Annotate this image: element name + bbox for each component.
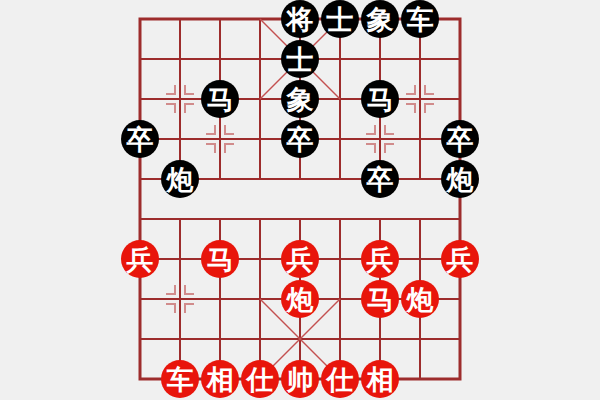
piece-black-soldier[interactable]: 卒 [441, 120, 479, 158]
piece-black-advisor[interactable]: 士 [281, 40, 319, 78]
piece-red-horse[interactable]: 马 [361, 280, 399, 318]
piece-black-horse[interactable]: 马 [201, 80, 239, 118]
piece-red-general[interactable]: 帅 [281, 360, 319, 398]
piece-black-advisor[interactable]: 士 [321, 0, 359, 38]
piece-red-elephant[interactable]: 相 [201, 360, 239, 398]
piece-red-soldier[interactable]: 兵 [441, 240, 479, 278]
piece-red-elephant[interactable]: 相 [361, 360, 399, 398]
piece-red-advisor[interactable]: 仕 [321, 360, 359, 398]
piece-black-elephant[interactable]: 象 [361, 0, 399, 38]
piece-black-soldier[interactable]: 卒 [361, 160, 399, 198]
piece-red-horse[interactable]: 马 [201, 240, 239, 278]
piece-red-cannon[interactable]: 炮 [401, 280, 439, 318]
piece-black-soldier[interactable]: 卒 [281, 120, 319, 158]
piece-red-advisor[interactable]: 仕 [241, 360, 279, 398]
piece-red-chariot[interactable]: 车 [161, 360, 199, 398]
piece-red-cannon[interactable]: 炮 [281, 280, 319, 318]
piece-black-elephant[interactable]: 象 [281, 80, 319, 118]
piece-black-cannon[interactable]: 炮 [161, 160, 199, 198]
piece-black-cannon[interactable]: 炮 [441, 160, 479, 198]
piece-red-soldier[interactable]: 兵 [121, 240, 159, 278]
piece-layer[interactable]: 将士象车士马象马卒卒卒炮卒炮兵马兵兵兵炮马炮车相仕帅仕相 [120, 0, 480, 399]
piece-black-soldier[interactable]: 卒 [121, 120, 159, 158]
app-background: 将士象车士马象马卒卒卒炮卒炮兵马兵兵兵炮马炮车相仕帅仕相 [0, 0, 600, 400]
piece-black-horse[interactable]: 马 [361, 80, 399, 118]
piece-black-chariot[interactable]: 车 [401, 0, 439, 38]
piece-black-general[interactable]: 将 [281, 0, 319, 38]
piece-red-soldier[interactable]: 兵 [361, 240, 399, 278]
piece-red-soldier[interactable]: 兵 [281, 240, 319, 278]
